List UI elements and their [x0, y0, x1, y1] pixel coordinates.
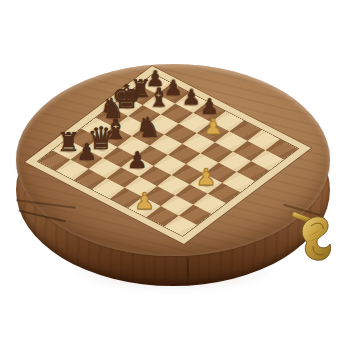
- light-pawn-piece: ♟: [203, 115, 222, 137]
- dark-pawn-piece: ♟: [182, 86, 201, 108]
- dark-bishop-piece: ♝: [147, 84, 171, 110]
- light-pawn-piece: ♟: [134, 189, 155, 212]
- round-chess-set-photo: ♟♟♟♟♜♝♟♚♞♞♝♟♛♟♜♟♟: [0, 0, 356, 356]
- dark-pawn-piece: ♟: [76, 141, 97, 164]
- brass-latch-icon: [292, 206, 338, 264]
- rim-seam-bottom: [187, 258, 189, 284]
- dark-pawn-piece: ♟: [127, 148, 148, 171]
- light-pawn-piece: ♟: [196, 165, 217, 188]
- dark-knight-piece: ♞: [136, 113, 161, 141]
